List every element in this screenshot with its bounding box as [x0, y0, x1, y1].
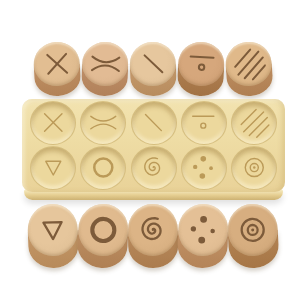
- matching-board: [22, 99, 285, 200]
- board-recess-cross[interactable]: [30, 101, 76, 145]
- bottom-pieces-row: [28, 204, 278, 270]
- line-and-dot-icon: [187, 107, 220, 138]
- board-recess-diagonal-line[interactable]: [131, 101, 177, 145]
- top-pieces-row: [34, 42, 272, 98]
- cross-icon: [37, 107, 70, 138]
- product-photo-scene: [0, 0, 304, 304]
- board-recess-triangle-down[interactable]: [30, 146, 76, 190]
- board-recess-diagonal-stripes[interactable]: [231, 101, 277, 145]
- piece-face: [129, 41, 177, 87]
- puzzle-piece-diagonal-line[interactable]: [129, 41, 177, 97]
- puzzle-piece-spiral[interactable]: [127, 204, 178, 269]
- triangle-down-icon: [33, 210, 72, 251]
- line-and-dot-icon: [183, 46, 220, 81]
- diagonal-line-icon: [137, 107, 170, 138]
- puzzle-piece-ring[interactable]: [76, 203, 129, 270]
- board-recess-grid: [30, 101, 277, 190]
- double-arc-icon: [87, 107, 120, 138]
- triangle-down-icon: [37, 152, 70, 183]
- piece-face: [177, 203, 229, 257]
- ring-icon: [87, 152, 120, 183]
- spiral-icon: [134, 210, 173, 251]
- board-recess-four-dots[interactable]: [181, 146, 227, 190]
- bullseye-icon: [238, 152, 271, 183]
- puzzle-piece-diagonal-stripes[interactable]: [224, 40, 274, 97]
- puzzle-piece-cross[interactable]: [33, 41, 82, 97]
- piece-face: [127, 204, 178, 257]
- board-recess-bullseye[interactable]: [231, 146, 277, 190]
- piece-face: [81, 41, 129, 87]
- four-dots-icon: [184, 210, 223, 251]
- diagonal-stripes-icon: [230, 46, 267, 82]
- board-recess-double-arc[interactable]: [80, 101, 126, 145]
- puzzle-piece-triangle-down[interactable]: [27, 203, 79, 269]
- double-arc-icon: [87, 47, 123, 82]
- puzzle-piece-four-dots[interactable]: [177, 203, 229, 269]
- board-recess-spiral[interactable]: [131, 146, 177, 190]
- diagonal-line-icon: [135, 47, 171, 82]
- board-face: [22, 99, 285, 192]
- puzzle-piece-double-arc[interactable]: [81, 41, 129, 97]
- puzzle-piece-line-and-dot[interactable]: [177, 41, 226, 97]
- board-recess-ring[interactable]: [80, 146, 126, 190]
- four-dots-icon: [187, 152, 220, 183]
- board-recess-line-and-dot[interactable]: [181, 101, 227, 145]
- ring-icon: [83, 209, 123, 251]
- cross-icon: [38, 46, 75, 81]
- bullseye-icon: [233, 209, 273, 251]
- piece-face: [27, 203, 79, 257]
- diagonal-stripes-icon: [238, 107, 271, 138]
- puzzle-piece-bullseye[interactable]: [226, 203, 279, 270]
- spiral-icon: [137, 152, 170, 183]
